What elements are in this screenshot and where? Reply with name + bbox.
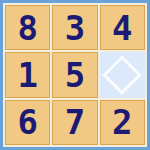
- tile-6[interactable]: 6: [5, 100, 50, 145]
- empty-cell: [100, 52, 145, 97]
- tile-1[interactable]: 1: [5, 52, 50, 97]
- tile-8[interactable]: 8: [5, 5, 50, 50]
- tile-3[interactable]: 3: [52, 5, 97, 50]
- tile-2[interactable]: 2: [100, 100, 145, 145]
- tile-7[interactable]: 7: [52, 100, 97, 145]
- tile-5[interactable]: 5: [52, 52, 97, 97]
- tile-4[interactable]: 4: [100, 5, 145, 50]
- puzzle-board: 8 3 4 1 5 6 7 2: [0, 0, 150, 150]
- empty-cell-diamond-icon: [103, 55, 143, 95]
